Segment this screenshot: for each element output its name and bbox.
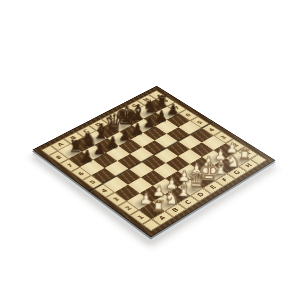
square-f4 — [166, 141, 190, 156]
piece-shadow — [135, 121, 155, 133]
piece-white-rook: ♜ — [136, 197, 180, 215]
piece-shadow — [159, 108, 179, 120]
square-h7: ♟ — [155, 106, 178, 119]
piece-shadow — [111, 120, 131, 132]
piece-shadow — [124, 113, 144, 125]
square-h4 — [189, 128, 212, 142]
square-f8: ♝ — [120, 111, 143, 125]
piece-shadow — [123, 127, 143, 139]
square-d8: ♛ — [96, 124, 119, 138]
file-label-h: H — [136, 94, 155, 105]
file-label-e: E — [101, 112, 121, 124]
square-e6 — [130, 132, 154, 146]
piece-black-pawn: ♟ — [115, 120, 160, 137]
board-scene: ABCDEFGH8♜♞♝♛♚♝♞♜87♟♟♟♟♟♟♟♟7665544332♟♟♟… — [0, 0, 300, 300]
square-g5 — [166, 127, 189, 141]
square-g6 — [155, 119, 178, 133]
square-f6 — [143, 126, 166, 140]
piece-shadow — [99, 126, 119, 138]
file-label-g: G — [125, 100, 144, 111]
piece-shadow — [136, 107, 156, 118]
file-label-d: D — [88, 119, 108, 131]
chess-board: ABCDEFGH8♜♞♝♛♚♝♞♜87♟♟♟♟♟♟♟♟7665544332♟♟♟… — [32, 85, 275, 237]
board-tilt-wrapper: ABCDEFGH8♜♞♝♛♚♝♞♜87♟♟♟♟♟♟♟♟7665544332♟♟♟… — [64, 65, 243, 244]
rank-label-6: 6 — [178, 109, 198, 121]
piece-black-queen: ♛ — [91, 111, 136, 136]
square-e7: ♟ — [119, 125, 142, 139]
square-h8: ♜ — [144, 99, 167, 112]
square-h5 — [178, 120, 201, 134]
square-e8: ♚ — [108, 117, 131, 131]
piece-black-pawn: ♟ — [139, 107, 183, 124]
piece-black-knight: ♞ — [128, 96, 172, 116]
square-f7: ♟ — [131, 118, 154, 132]
frame-corner — [148, 90, 164, 99]
piece-black-king: ♚ — [103, 101, 148, 129]
square-g8: ♞ — [132, 105, 155, 118]
square-g4 — [178, 134, 202, 148]
file-label-c: C — [76, 125, 96, 137]
rank-label-3: 3 — [213, 131, 233, 143]
piece-shadow — [147, 101, 167, 112]
rank-label-4: 4 — [201, 123, 221, 135]
piece-black-pawn: ♟ — [63, 146, 109, 164]
piece-black-bishop: ♝ — [116, 100, 160, 122]
square-f5 — [154, 133, 178, 147]
square-e5 — [142, 140, 166, 155]
chess-set-photo: ABCDEFGH8♜♞♝♛♚♝♞♜87♟♟♟♟♟♟♟♟7665544332♟♟♟… — [0, 0, 300, 300]
piece-black-rook: ♜ — [140, 92, 183, 109]
piece-black-pawn: ♟ — [127, 113, 171, 130]
piece-black-pawn: ♟ — [151, 101, 195, 118]
rank-label-7: 7 — [167, 102, 186, 113]
rank-label-8: 8 — [156, 95, 175, 106]
file-label-f: F — [113, 106, 133, 117]
piece-shadow — [147, 114, 167, 126]
square-g7: ♟ — [143, 112, 166, 126]
rank-label-5: 5 — [189, 116, 209, 128]
square-h6 — [166, 113, 189, 127]
